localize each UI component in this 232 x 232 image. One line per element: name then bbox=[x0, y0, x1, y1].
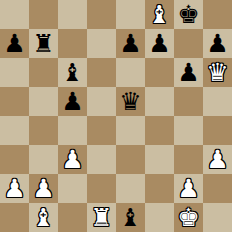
piece-white-pawn[interactable]: ♟ bbox=[177, 174, 199, 203]
square-b1[interactable]: ♝ bbox=[29, 203, 58, 232]
square-b5[interactable] bbox=[29, 87, 58, 116]
square-h5[interactable] bbox=[203, 87, 232, 116]
square-g1[interactable]: ♚ bbox=[174, 203, 203, 232]
piece-black-pawn[interactable]: ♟ bbox=[3, 29, 25, 58]
piece-black-bishop[interactable]: ♝ bbox=[119, 203, 141, 232]
square-f1[interactable] bbox=[145, 203, 174, 232]
square-a3[interactable] bbox=[0, 145, 29, 174]
piece-white-queen[interactable]: ♛ bbox=[206, 58, 228, 87]
square-b3[interactable] bbox=[29, 145, 58, 174]
square-c5[interactable]: ♟ bbox=[58, 87, 87, 116]
piece-black-king[interactable]: ♚ bbox=[177, 0, 199, 29]
chess-board: ♝♚♟♜♟♟♟♝♟♛♟♛♟♟♟♟♟♝♜♝♚ bbox=[0, 0, 232, 232]
square-c4[interactable] bbox=[58, 116, 87, 145]
square-f4[interactable] bbox=[145, 116, 174, 145]
square-f7[interactable]: ♟ bbox=[145, 29, 174, 58]
square-d5[interactable] bbox=[87, 87, 116, 116]
square-e4[interactable] bbox=[116, 116, 145, 145]
square-d2[interactable] bbox=[87, 174, 116, 203]
square-h4[interactable] bbox=[203, 116, 232, 145]
square-c1[interactable] bbox=[58, 203, 87, 232]
piece-black-queen[interactable]: ♛ bbox=[119, 87, 141, 116]
square-d1[interactable]: ♜ bbox=[87, 203, 116, 232]
square-c2[interactable] bbox=[58, 174, 87, 203]
square-g7[interactable] bbox=[174, 29, 203, 58]
square-f5[interactable] bbox=[145, 87, 174, 116]
square-a4[interactable] bbox=[0, 116, 29, 145]
piece-black-pawn[interactable]: ♟ bbox=[148, 29, 170, 58]
square-c3[interactable]: ♟ bbox=[58, 145, 87, 174]
piece-white-pawn[interactable]: ♟ bbox=[206, 145, 228, 174]
square-e2[interactable] bbox=[116, 174, 145, 203]
square-e1[interactable]: ♝ bbox=[116, 203, 145, 232]
square-d8[interactable] bbox=[87, 0, 116, 29]
square-f8[interactable]: ♝ bbox=[145, 0, 174, 29]
piece-black-pawn[interactable]: ♟ bbox=[119, 29, 141, 58]
piece-white-rook[interactable]: ♜ bbox=[90, 203, 112, 232]
square-g2[interactable]: ♟ bbox=[174, 174, 203, 203]
piece-black-pawn[interactable]: ♟ bbox=[206, 29, 228, 58]
square-h1[interactable] bbox=[203, 203, 232, 232]
square-e7[interactable]: ♟ bbox=[116, 29, 145, 58]
square-f2[interactable] bbox=[145, 174, 174, 203]
square-a1[interactable] bbox=[0, 203, 29, 232]
square-b7[interactable]: ♜ bbox=[29, 29, 58, 58]
square-d6[interactable] bbox=[87, 58, 116, 87]
square-e3[interactable] bbox=[116, 145, 145, 174]
square-f3[interactable] bbox=[145, 145, 174, 174]
square-h8[interactable] bbox=[203, 0, 232, 29]
square-e6[interactable] bbox=[116, 58, 145, 87]
piece-white-king[interactable]: ♚ bbox=[177, 203, 199, 232]
square-d3[interactable] bbox=[87, 145, 116, 174]
square-e5[interactable]: ♛ bbox=[116, 87, 145, 116]
square-a2[interactable]: ♟ bbox=[0, 174, 29, 203]
square-a6[interactable] bbox=[0, 58, 29, 87]
square-a5[interactable] bbox=[0, 87, 29, 116]
piece-white-pawn[interactable]: ♟ bbox=[3, 174, 25, 203]
square-d7[interactable] bbox=[87, 29, 116, 58]
square-g6[interactable]: ♟ bbox=[174, 58, 203, 87]
piece-black-rook[interactable]: ♜ bbox=[32, 29, 54, 58]
square-a7[interactable]: ♟ bbox=[0, 29, 29, 58]
piece-black-bishop[interactable]: ♝ bbox=[61, 58, 83, 87]
piece-black-pawn[interactable]: ♟ bbox=[177, 58, 199, 87]
square-h6[interactable]: ♛ bbox=[203, 58, 232, 87]
square-g5[interactable] bbox=[174, 87, 203, 116]
square-b2[interactable]: ♟ bbox=[29, 174, 58, 203]
square-g8[interactable]: ♚ bbox=[174, 0, 203, 29]
square-g4[interactable] bbox=[174, 116, 203, 145]
square-g3[interactable] bbox=[174, 145, 203, 174]
square-b4[interactable] bbox=[29, 116, 58, 145]
square-a8[interactable] bbox=[0, 0, 29, 29]
square-c8[interactable] bbox=[58, 0, 87, 29]
piece-white-pawn[interactable]: ♟ bbox=[61, 145, 83, 174]
square-h3[interactable]: ♟ bbox=[203, 145, 232, 174]
square-h2[interactable] bbox=[203, 174, 232, 203]
piece-white-bishop[interactable]: ♝ bbox=[32, 203, 54, 232]
square-f6[interactable] bbox=[145, 58, 174, 87]
square-e8[interactable] bbox=[116, 0, 145, 29]
piece-white-bishop[interactable]: ♝ bbox=[148, 0, 170, 29]
square-b8[interactable] bbox=[29, 0, 58, 29]
piece-white-pawn[interactable]: ♟ bbox=[32, 174, 54, 203]
square-c6[interactable]: ♝ bbox=[58, 58, 87, 87]
piece-black-pawn[interactable]: ♟ bbox=[61, 87, 83, 116]
square-c7[interactable] bbox=[58, 29, 87, 58]
square-h7[interactable]: ♟ bbox=[203, 29, 232, 58]
square-d4[interactable] bbox=[87, 116, 116, 145]
square-b6[interactable] bbox=[29, 58, 58, 87]
